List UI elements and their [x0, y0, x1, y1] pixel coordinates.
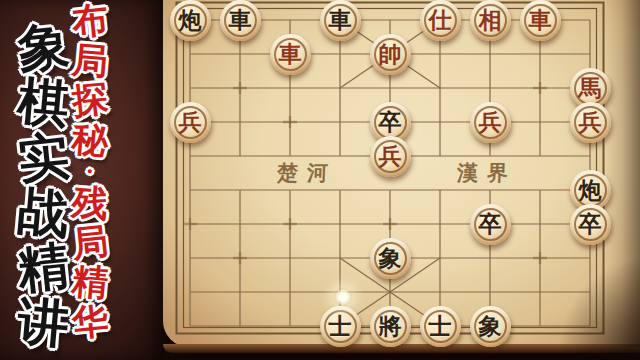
- piece-red-general[interactable]: 帥: [370, 34, 411, 75]
- banner-red-text: 布局探秘·残局精华: [64, 1, 116, 341]
- piece-red-soldier[interactable]: 兵: [470, 102, 511, 143]
- piece-black-chariot[interactable]: 車: [220, 0, 261, 41]
- piece-character: 卒: [579, 212, 602, 235]
- banner-character: 实: [15, 127, 71, 187]
- banner-character: 精: [70, 261, 109, 303]
- piece-black-general[interactable]: 將: [370, 306, 411, 347]
- piece-red-elephant[interactable]: 相: [470, 0, 511, 41]
- banner-character: 局: [70, 221, 110, 264]
- piece-red-chariot[interactable]: 車: [520, 0, 561, 41]
- piece-character: 帥: [379, 42, 402, 65]
- piece-character: 卒: [479, 212, 502, 235]
- piece-character: 馬: [579, 76, 602, 99]
- piece-character: 士: [329, 314, 352, 337]
- piece-black-cannon[interactable]: 炮: [170, 0, 211, 41]
- banner-character: 讲: [15, 293, 71, 352]
- piece-black-soldier[interactable]: 卒: [470, 204, 511, 245]
- piece-character: 車: [229, 8, 252, 31]
- banner-character: 局: [70, 39, 109, 81]
- piece-grid[interactable]: 炮車車仕相車車帥馬兵卒兵兵兵炮卒卒象士將士象: [165, 3, 615, 343]
- piece-character: 仕: [429, 8, 452, 31]
- piece-character: 兵: [379, 144, 402, 167]
- banner-character: 精: [15, 237, 71, 297]
- piece-character: 兵: [579, 110, 602, 133]
- piece-character: 炮: [179, 8, 202, 31]
- piece-character: 相: [479, 8, 502, 31]
- banner-character: 华: [70, 300, 110, 343]
- banner-character: 残: [70, 182, 109, 224]
- banner-character: 探: [70, 78, 110, 121]
- banner-character: 秘: [70, 118, 109, 160]
- banner-character: 棋: [15, 73, 71, 132]
- piece-red-advisor[interactable]: 仕: [420, 0, 461, 41]
- page: { "game": "xiangqi", "position": { "fen"…: [0, 0, 640, 360]
- piece-character: 兵: [179, 110, 202, 133]
- piece-red-soldier[interactable]: 兵: [170, 102, 211, 143]
- piece-character: 象: [379, 246, 402, 269]
- piece-character: 車: [279, 42, 302, 65]
- piece-black-advisor[interactable]: 士: [420, 306, 461, 347]
- piece-character: 兵: [479, 110, 502, 133]
- piece-character: 象: [479, 314, 502, 337]
- piece-red-soldier[interactable]: 兵: [370, 136, 411, 177]
- piece-character: 卒: [379, 110, 402, 133]
- banner-character: 战: [15, 183, 71, 242]
- piece-character: 士: [429, 314, 452, 337]
- side-banner: 象棋实战精讲 布局探秘·残局精华: [0, 0, 163, 360]
- piece-character: 車: [529, 8, 552, 31]
- banner-character: 布: [70, 0, 110, 42]
- piece-character: 將: [379, 314, 402, 337]
- piece-black-soldier[interactable]: 卒: [570, 204, 611, 245]
- piece-red-chariot[interactable]: 車: [270, 34, 311, 75]
- piece-black-chariot[interactable]: 車: [320, 0, 361, 41]
- banner-character: 象: [15, 17, 71, 77]
- piece-character: 車: [329, 8, 352, 31]
- piece-character: 炮: [579, 178, 602, 201]
- piece-black-elephant[interactable]: 象: [470, 306, 511, 347]
- highlight-glow-dot: [334, 288, 352, 306]
- piece-black-advisor[interactable]: 士: [320, 306, 361, 347]
- piece-black-elephant[interactable]: 象: [370, 238, 411, 279]
- piece-red-soldier[interactable]: 兵: [570, 102, 611, 143]
